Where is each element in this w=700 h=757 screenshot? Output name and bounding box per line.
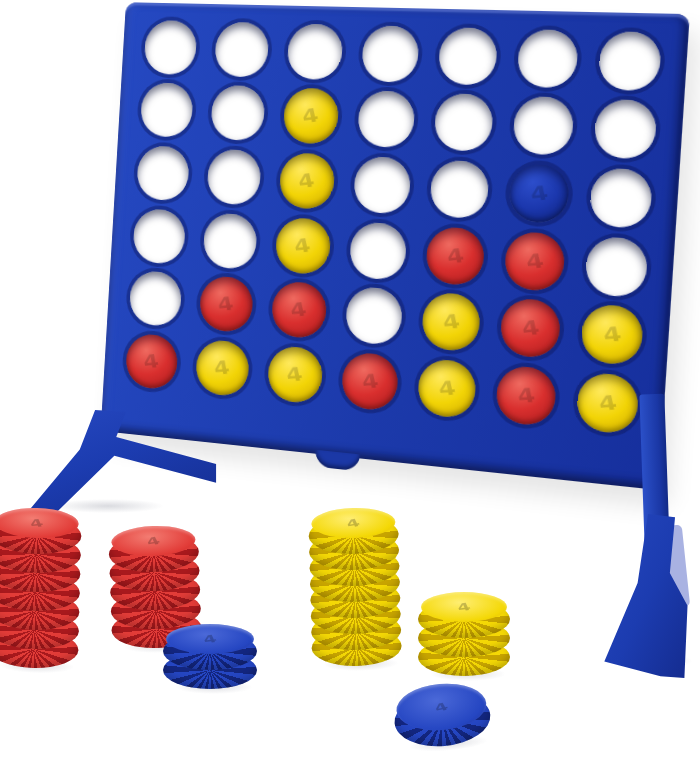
cell-r2c5[interactable] (423, 88, 506, 158)
hole-r5c7: 4 (581, 304, 645, 367)
emboss-4: 4 (216, 293, 236, 316)
hole-r6c7: 4 (576, 372, 640, 436)
cell-r2c7[interactable] (582, 94, 670, 166)
yellow-checker-r6c2[interactable]: 4 (194, 339, 249, 398)
emboss-4: 4 (297, 169, 317, 193)
yellow-checker-r3c3[interactable]: 4 (278, 152, 335, 210)
hole-r4c3: 4 (274, 217, 331, 276)
hole-r3c3: 4 (278, 152, 335, 210)
cell-r4c7[interactable] (573, 230, 661, 304)
red-checker-r5c2[interactable]: 4 (198, 276, 254, 334)
cell-r4c3[interactable]: 4 (264, 211, 342, 281)
emboss-4: 4 (359, 370, 380, 394)
empty-hole-r3c4 (353, 156, 412, 215)
hole-r2c3: 4 (282, 88, 339, 146)
cell-r1c1[interactable] (133, 15, 207, 80)
emboss-4: 4 (144, 534, 163, 548)
emboss-4: 4 (455, 600, 473, 614)
emboss-4: 4 (301, 104, 321, 128)
empty-hole-r2c1 (139, 83, 193, 139)
empty-hole-r1c7 (598, 31, 662, 91)
connect-four-scene: 444444444444444444 444444 (0, 0, 700, 757)
hole-r5c3: 4 (270, 281, 327, 340)
emboss-4: 4 (436, 377, 457, 401)
empty-hole-r4c4 (349, 221, 408, 281)
hole-r5c6: 4 (500, 298, 562, 360)
cell-r3c6[interactable]: 4 (497, 158, 582, 230)
emboss-4: 4 (289, 299, 309, 322)
blue-single[interactable]: 4 (391, 678, 492, 750)
cell-r5c4[interactable] (334, 281, 414, 352)
yellow-checker-r5c7[interactable]: 4 (581, 304, 645, 367)
cell-r1c4[interactable] (350, 20, 431, 88)
cell-r5c6[interactable]: 4 (488, 292, 573, 366)
checker-release-tab[interactable] (315, 450, 361, 472)
empty-hole-r1c1 (143, 20, 197, 75)
emboss-4: 4 (515, 384, 537, 408)
empty-hole-r4c2 (202, 212, 258, 270)
cell-r6c3[interactable]: 4 (256, 339, 334, 410)
checker-top-face: 4 (166, 624, 254, 654)
hole-r6c6: 4 (495, 365, 557, 428)
hole-r4c6: 4 (504, 231, 566, 292)
emboss-4: 4 (432, 700, 451, 714)
empty-hole-r5c1 (128, 270, 182, 328)
cell-r1c2[interactable] (204, 17, 280, 83)
empty-hole-r4c7 (585, 236, 649, 298)
yellow-checker-r6c5[interactable]: 4 (417, 358, 477, 420)
yellow-stack-tall[interactable]: 4 (308, 505, 402, 667)
cell-r2c2[interactable] (200, 80, 276, 147)
hole-r6c4: 4 (341, 351, 400, 412)
cell-r3c5[interactable] (418, 154, 501, 225)
hole-r6c1: 4 (124, 333, 178, 391)
cell-r2c4[interactable] (346, 85, 427, 154)
emboss-4: 4 (520, 316, 542, 340)
hole-r3c6: 4 (508, 164, 570, 225)
hole-r4c5: 4 (425, 226, 486, 286)
empty-hole-r5c4 (345, 286, 404, 346)
emboss-4: 4 (212, 357, 232, 380)
emboss-4: 4 (142, 350, 161, 373)
cell-r6c6[interactable]: 4 (484, 359, 569, 434)
cell-r1c6[interactable] (505, 24, 590, 94)
checker-top-face: 4 (421, 592, 507, 622)
emboss-4: 4 (285, 363, 305, 386)
empty-hole-r1c5 (438, 27, 499, 86)
emboss-4: 4 (528, 181, 550, 206)
emboss-4: 4 (201, 632, 219, 646)
cell-r2c3[interactable]: 4 (272, 83, 350, 151)
empty-hole-r3c1 (136, 145, 190, 201)
yellow-checker-r2c3[interactable]: 4 (282, 88, 339, 146)
yellow-checker-r6c7[interactable]: 4 (576, 372, 640, 436)
cell-r6c4[interactable]: 4 (330, 346, 410, 418)
red-checker-r6c4[interactable]: 4 (341, 351, 400, 412)
hole-r5c5: 4 (421, 292, 481, 353)
red-checker-r4c5[interactable]: 4 (425, 226, 486, 286)
cell-r3c1[interactable] (126, 140, 200, 207)
cell-r4c2[interactable] (192, 207, 268, 276)
red-stack-tall[interactable]: 4 (0, 505, 82, 669)
emboss-4: 4 (445, 244, 466, 268)
blue-stack[interactable]: 4 (163, 622, 257, 689)
cell-r1c7[interactable] (587, 26, 675, 97)
cell-r1c5[interactable] (427, 22, 510, 91)
empty-hole-r3c7 (589, 168, 653, 230)
cell-r5c2[interactable]: 4 (188, 270, 264, 339)
empty-hole-r2c2 (210, 85, 266, 142)
cell-r3c3[interactable]: 4 (268, 147, 346, 216)
cell-r5c5[interactable]: 4 (410, 286, 493, 359)
cell-r5c3[interactable]: 4 (260, 275, 338, 345)
empty-hole-r2c5 (433, 93, 494, 152)
red-checker-r6c6[interactable]: 4 (495, 365, 557, 428)
empty-hole-r1c6 (517, 29, 580, 89)
red-checker-r4c6[interactable]: 4 (504, 231, 566, 292)
cell-r1c3[interactable] (276, 18, 354, 85)
cell-r4c6[interactable]: 4 (493, 225, 578, 298)
hole-r6c5: 4 (417, 358, 477, 420)
board-frame: 444444444444444444 (101, 2, 690, 490)
cell-r3c2[interactable] (196, 144, 272, 212)
yellow-checker-r5c5[interactable]: 4 (421, 292, 481, 353)
emboss-4: 4 (344, 516, 362, 530)
emboss-4: 4 (293, 234, 313, 258)
empty-hole-r2c4 (357, 91, 416, 149)
red-checker-r5c6[interactable]: 4 (500, 298, 562, 360)
hole-r6c3: 4 (267, 345, 324, 405)
empty-hole-r3c2 (206, 149, 262, 206)
emboss-4: 4 (524, 249, 546, 274)
yellow-checker-r4c3[interactable]: 4 (274, 217, 331, 276)
board-grid: 444444444444444444 (115, 15, 675, 442)
emboss-4: 4 (597, 391, 620, 416)
empty-hole-r3c5 (429, 160, 490, 220)
hole-r5c2: 4 (198, 276, 254, 334)
emboss-4: 4 (601, 323, 624, 348)
cell-r5c7[interactable]: 4 (569, 298, 657, 373)
yellow-stack-short[interactable]: 4 (418, 590, 510, 676)
yellow-checker-r6c3[interactable]: 4 (267, 345, 324, 405)
cell-r4c5[interactable]: 4 (414, 220, 497, 292)
empty-hole-r1c4 (361, 25, 420, 83)
red-checker-r6c1[interactable]: 4 (124, 333, 178, 391)
emboss-4: 4 (440, 310, 461, 334)
hole-r6c2: 4 (194, 339, 249, 398)
connect-four-board: 444444444444444444 (101, 2, 690, 490)
empty-hole-r4c1 (132, 208, 186, 265)
cell-r5c1[interactable] (118, 265, 192, 333)
empty-hole-r2c6 (512, 96, 575, 156)
empty-hole-r1c3 (286, 23, 343, 80)
cell-r4c1[interactable] (122, 203, 196, 271)
red-checker-r5c3[interactable]: 4 (270, 281, 327, 340)
cell-r4c4[interactable] (338, 216, 418, 287)
empty-hole-r2c7 (594, 99, 658, 160)
cell-r6c2[interactable]: 4 (184, 333, 260, 403)
cell-r3c4[interactable] (342, 151, 422, 221)
emboss-4: 4 (28, 516, 46, 529)
cell-r2c1[interactable] (129, 78, 203, 144)
cell-r6c5[interactable]: 4 (406, 352, 488, 425)
cell-r6c1[interactable]: 4 (115, 327, 189, 396)
blue-checker-r3c6[interactable]: 4 (508, 164, 570, 225)
empty-hole-r1c2 (214, 21, 270, 77)
cell-r2c6[interactable] (501, 91, 586, 162)
cell-r3c7[interactable] (578, 162, 666, 235)
